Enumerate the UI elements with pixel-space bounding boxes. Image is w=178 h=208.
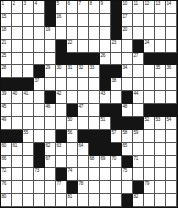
white-cell[interactable] [155, 40, 166, 53]
white-cell[interactable] [111, 91, 122, 104]
white-cell[interactable] [166, 14, 177, 27]
clue-number: 76 [2, 181, 7, 186]
white-cell[interactable]: 15 [1, 14, 12, 27]
white-cell[interactable] [45, 40, 56, 53]
white-cell[interactable] [144, 91, 155, 104]
clue-number: 55 [24, 130, 29, 135]
black-cell [122, 117, 133, 130]
white-cell[interactable] [89, 117, 100, 130]
white-cell[interactable] [122, 181, 133, 194]
clue-number: 35 [156, 65, 161, 70]
white-cell[interactable]: 27 [133, 53, 144, 66]
clue-number: 48 [123, 104, 128, 109]
white-cell[interactable] [144, 156, 155, 169]
white-cell[interactable]: 76 [1, 181, 12, 194]
white-cell[interactable]: 7 [78, 1, 89, 14]
white-cell[interactable]: 62 [45, 143, 56, 156]
black-cell [78, 53, 89, 66]
white-cell[interactable] [133, 78, 144, 91]
black-cell [155, 53, 166, 66]
white-cell[interactable] [155, 156, 166, 169]
black-cell [100, 65, 111, 78]
white-cell[interactable] [45, 181, 56, 194]
white-cell[interactable] [100, 27, 111, 40]
white-cell[interactable] [111, 53, 122, 66]
white-cell[interactable] [166, 130, 177, 143]
white-cell[interactable]: 42 [56, 91, 67, 104]
white-cell[interactable]: 5 [56, 1, 67, 14]
white-cell[interactable] [34, 27, 45, 40]
clue-number: 29 [46, 65, 51, 70]
white-cell[interactable]: 74 [67, 168, 78, 181]
clue-number: 19 [46, 27, 51, 32]
white-cell[interactable]: 79 [144, 181, 155, 194]
white-cell[interactable] [166, 91, 177, 104]
black-cell [89, 130, 100, 143]
white-cell[interactable] [67, 27, 78, 40]
black-cell [1, 130, 12, 143]
white-cell[interactable] [23, 143, 34, 156]
white-cell[interactable]: 30 [56, 65, 67, 78]
clue-number: 15 [2, 14, 7, 19]
white-cell[interactable] [34, 130, 45, 143]
clue-number: 70 [112, 156, 117, 161]
white-cell[interactable] [166, 168, 177, 181]
white-cell[interactable] [144, 130, 155, 143]
white-cell[interactable] [78, 78, 89, 91]
white-cell[interactable] [56, 27, 67, 40]
white-cell[interactable] [12, 194, 23, 207]
white-cell[interactable] [133, 65, 144, 78]
white-cell[interactable] [166, 143, 177, 156]
white-cell[interactable] [100, 181, 111, 194]
white-cell[interactable] [23, 156, 34, 169]
white-cell[interactable] [12, 65, 23, 78]
white-cell[interactable] [12, 40, 23, 53]
white-cell[interactable]: 78 [78, 181, 89, 194]
white-cell[interactable] [133, 143, 144, 156]
white-cell[interactable]: 20 [122, 27, 133, 40]
white-cell[interactable] [23, 168, 34, 181]
white-cell[interactable] [34, 40, 45, 53]
white-cell[interactable] [144, 27, 155, 40]
white-cell[interactable] [45, 130, 56, 143]
clue-number: 56 [68, 130, 73, 135]
black-cell [56, 40, 67, 53]
black-cell [100, 78, 111, 91]
white-cell[interactable] [56, 194, 67, 207]
clue-number: 36 [167, 65, 172, 70]
clue-number: 30 [57, 65, 62, 70]
white-cell[interactable] [34, 117, 45, 130]
white-cell[interactable]: 82 [133, 194, 144, 207]
white-cell[interactable]: 17 [122, 14, 133, 27]
white-cell[interactable]: 53 [155, 117, 166, 130]
white-cell[interactable] [133, 168, 144, 181]
black-cell [45, 1, 56, 14]
white-cell[interactable] [89, 40, 100, 53]
white-cell[interactable] [78, 91, 89, 104]
white-cell[interactable] [34, 91, 45, 104]
black-cell [12, 78, 23, 91]
white-cell[interactable]: 80 [1, 194, 12, 207]
white-cell[interactable] [155, 194, 166, 207]
white-cell[interactable]: 9 [100, 1, 111, 14]
white-cell[interactable] [155, 181, 166, 194]
white-cell[interactable] [45, 168, 56, 181]
black-cell [111, 1, 122, 14]
white-cell[interactable]: 45 [1, 104, 12, 117]
black-cell [122, 156, 133, 169]
clue-number: 74 [68, 168, 73, 173]
black-cell [45, 91, 56, 104]
white-cell[interactable] [89, 104, 100, 117]
white-cell[interactable] [56, 78, 67, 91]
white-cell[interactable]: 77 [56, 181, 67, 194]
white-cell[interactable] [12, 181, 23, 194]
white-cell[interactable] [100, 40, 111, 53]
white-cell[interactable] [89, 168, 100, 181]
white-cell[interactable] [100, 194, 111, 207]
clue-number: 79 [145, 181, 150, 186]
clue-number: 27 [134, 53, 139, 58]
white-cell[interactable]: 56 [67, 130, 78, 143]
white-cell[interactable]: 28 [1, 65, 12, 78]
white-cell[interactable] [155, 91, 166, 104]
clue-number: 46 [46, 104, 51, 109]
white-cell[interactable] [155, 14, 166, 27]
white-cell[interactable] [111, 168, 122, 181]
white-cell[interactable] [89, 194, 100, 207]
white-cell[interactable] [166, 181, 177, 194]
white-cell[interactable]: 47 [78, 104, 89, 117]
white-cell[interactable]: 19 [45, 27, 56, 40]
white-cell[interactable] [133, 104, 144, 117]
white-cell[interactable]: 22 [67, 40, 78, 53]
white-cell[interactable] [56, 117, 67, 130]
white-cell[interactable]: 60 [1, 143, 12, 156]
white-cell[interactable] [12, 27, 23, 40]
white-cell[interactable]: 40 [12, 91, 23, 104]
white-cell[interactable]: 31 [67, 65, 78, 78]
black-cell [100, 143, 111, 156]
white-cell[interactable]: 59 [133, 130, 144, 143]
white-cell[interactable]: 1 [1, 1, 12, 14]
white-cell[interactable]: 2 [12, 1, 23, 14]
black-cell [34, 156, 45, 169]
black-cell [133, 117, 144, 130]
white-cell[interactable] [144, 168, 155, 181]
white-cell[interactable]: 55 [23, 130, 34, 143]
white-cell[interactable] [78, 168, 89, 181]
white-cell[interactable] [166, 27, 177, 40]
white-cell[interactable]: 57 [111, 130, 122, 143]
white-cell[interactable] [23, 65, 34, 78]
white-cell[interactable] [34, 104, 45, 117]
white-cell[interactable] [89, 14, 100, 27]
clue-number: 21 [2, 40, 7, 45]
clue-number: 68 [90, 156, 95, 161]
clue-number: 82 [134, 194, 139, 199]
white-cell[interactable]: 8 [89, 1, 100, 14]
white-cell[interactable] [122, 40, 133, 53]
white-cell[interactable] [67, 78, 78, 91]
white-cell[interactable]: 44 [133, 91, 144, 104]
white-cell[interactable]: 63 [56, 143, 67, 156]
clue-number: 81 [68, 194, 73, 199]
white-cell[interactable] [56, 156, 67, 169]
clue-number: 28 [2, 65, 7, 70]
clue-number: 45 [2, 104, 7, 109]
clue-number: 71 [134, 156, 139, 161]
clue-number: 78 [79, 181, 84, 186]
white-cell[interactable] [67, 14, 78, 27]
white-cell[interactable] [23, 117, 34, 130]
clue-number: 11 [134, 1, 138, 6]
clue-number: 64 [79, 143, 84, 148]
white-cell[interactable]: 51 [100, 117, 111, 130]
clue-number: 8 [90, 1, 92, 6]
clue-number: 9 [101, 1, 103, 6]
clue-number: 33 [90, 65, 95, 70]
white-cell[interactable] [78, 14, 89, 27]
white-cell[interactable] [23, 14, 34, 27]
white-cell[interactable]: 29 [45, 65, 56, 78]
white-cell[interactable]: 34 [122, 65, 133, 78]
clue-number: 54 [167, 117, 172, 122]
white-cell[interactable] [67, 156, 78, 169]
white-cell[interactable] [23, 27, 34, 40]
white-cell[interactable] [12, 104, 23, 117]
black-cell [89, 143, 100, 156]
clue-number: 17 [123, 14, 128, 19]
clue-number: 38 [112, 78, 117, 83]
white-cell[interactable] [122, 78, 133, 91]
white-cell[interactable]: 54 [166, 117, 177, 130]
white-cell[interactable]: 37 [34, 78, 45, 91]
white-cell[interactable] [133, 27, 144, 40]
white-cell[interactable]: 69 [100, 156, 111, 169]
white-cell[interactable] [166, 40, 177, 53]
white-cell[interactable]: 39 [1, 91, 12, 104]
white-cell[interactable] [67, 143, 78, 156]
white-cell[interactable]: 66 [1, 156, 12, 169]
white-cell[interactable] [155, 143, 166, 156]
black-cell [45, 14, 56, 27]
white-cell[interactable]: 38 [111, 78, 122, 91]
black-cell [100, 130, 111, 143]
clue-number: 4 [35, 1, 37, 6]
black-cell [56, 130, 67, 143]
black-cell [56, 168, 67, 181]
white-cell[interactable]: 52 [144, 117, 155, 130]
white-cell[interactable] [144, 143, 155, 156]
clue-number: 2 [13, 1, 15, 6]
clue-number: 10 [123, 1, 128, 6]
white-cell[interactable]: 32 [78, 65, 89, 78]
white-cell[interactable] [78, 40, 89, 53]
white-cell[interactable] [89, 181, 100, 194]
white-cell[interactable]: 48 [122, 104, 133, 117]
white-cell[interactable] [34, 53, 45, 66]
clue-number: 44 [134, 91, 139, 96]
clue-number: 31 [68, 65, 73, 70]
white-cell[interactable]: 25 [1, 53, 12, 66]
white-cell[interactable]: 75 [122, 168, 133, 181]
black-cell [144, 104, 155, 117]
white-cell[interactable] [34, 14, 45, 27]
white-cell[interactable]: 6 [67, 1, 78, 14]
white-cell[interactable]: 21 [1, 40, 12, 53]
white-cell[interactable]: 11 [133, 1, 144, 14]
white-cell[interactable] [155, 130, 166, 143]
white-cell[interactable]: 3 [23, 1, 34, 14]
white-cell[interactable] [45, 78, 56, 91]
white-cell[interactable] [166, 78, 177, 91]
clue-number: 58 [123, 130, 128, 135]
clue-number: 61 [13, 143, 18, 148]
black-cell [155, 104, 166, 117]
white-cell[interactable]: 73 [34, 168, 45, 181]
white-cell[interactable]: 12 [144, 1, 155, 14]
white-cell[interactable] [166, 194, 177, 207]
white-cell[interactable]: 67 [45, 156, 56, 169]
clue-number: 39 [2, 91, 7, 96]
white-cell[interactable] [23, 181, 34, 194]
white-cell[interactable]: 13 [155, 1, 166, 14]
white-cell[interactable]: 16 [56, 14, 67, 27]
clue-number: 3 [24, 1, 26, 6]
clue-number: 60 [2, 143, 7, 148]
white-cell[interactable] [23, 194, 34, 207]
white-cell[interactable] [34, 194, 45, 207]
black-cell [122, 91, 133, 104]
white-cell[interactable] [111, 194, 122, 207]
clue-number: 6 [68, 1, 70, 6]
white-cell[interactable] [89, 91, 100, 104]
black-cell [166, 53, 177, 66]
clue-number: 12 [145, 1, 150, 6]
white-cell[interactable]: 10 [122, 1, 133, 14]
white-cell[interactable] [78, 27, 89, 40]
white-cell[interactable] [12, 14, 23, 27]
white-cell[interactable]: 61 [12, 143, 23, 156]
white-cell[interactable] [144, 14, 155, 27]
black-cell [67, 53, 78, 66]
clue-number: 52 [145, 117, 150, 122]
white-cell[interactable]: 14 [166, 1, 177, 14]
white-cell[interactable] [122, 53, 133, 66]
clue-number: 32 [79, 65, 84, 70]
clue-number: 80 [2, 194, 7, 199]
white-cell[interactable]: 33 [89, 65, 100, 78]
black-cell [34, 143, 45, 156]
white-cell[interactable] [45, 117, 56, 130]
white-cell[interactable]: 58 [122, 130, 133, 143]
black-cell [122, 194, 133, 207]
white-cell[interactable]: 72 [1, 168, 12, 181]
white-cell[interactable] [89, 78, 100, 91]
white-cell[interactable] [133, 14, 144, 27]
white-cell[interactable]: 64 [78, 143, 89, 156]
black-cell [111, 27, 122, 40]
white-cell[interactable] [144, 78, 155, 91]
white-cell[interactable] [23, 53, 34, 66]
clue-number: 47 [79, 104, 84, 109]
white-cell[interactable]: 70 [111, 156, 122, 169]
white-cell[interactable] [34, 181, 45, 194]
clue-number: 67 [46, 156, 51, 161]
white-cell[interactable]: 4 [34, 1, 45, 14]
white-cell[interactable] [12, 53, 23, 66]
white-cell[interactable] [56, 104, 67, 117]
white-cell[interactable]: 46 [45, 104, 56, 117]
crossword-grid: 1234567891011121314151617181920212223242… [0, 0, 178, 208]
white-cell[interactable] [144, 194, 155, 207]
clue-number: 66 [2, 156, 7, 161]
white-cell[interactable]: 50 [67, 117, 78, 130]
clue-number: 49 [2, 117, 7, 122]
white-cell[interactable] [144, 65, 155, 78]
black-cell [67, 181, 78, 194]
black-cell [133, 181, 144, 194]
white-cell[interactable] [100, 168, 111, 181]
white-cell[interactable] [23, 104, 34, 117]
white-cell[interactable]: 41 [23, 91, 34, 104]
white-cell[interactable]: 68 [89, 156, 100, 169]
white-cell[interactable] [166, 156, 177, 169]
white-cell[interactable]: 71 [133, 156, 144, 169]
white-cell[interactable]: 49 [1, 117, 12, 130]
white-cell[interactable] [100, 14, 111, 27]
black-cell [111, 65, 122, 78]
white-cell[interactable] [12, 156, 23, 169]
white-cell[interactable]: 26 [100, 53, 111, 66]
white-cell[interactable] [89, 27, 100, 40]
black-cell [89, 53, 100, 66]
white-cell[interactable]: 65 [122, 143, 133, 156]
clue-number: 13 [156, 1, 161, 6]
clue-number: 57 [112, 130, 117, 135]
clue-number: 63 [57, 143, 62, 148]
white-cell[interactable] [78, 194, 89, 207]
white-cell[interactable] [12, 117, 23, 130]
white-cell[interactable]: 18 [1, 27, 12, 40]
clue-number: 51 [101, 117, 106, 122]
white-cell[interactable]: 36 [166, 65, 177, 78]
white-cell[interactable] [78, 117, 89, 130]
white-cell[interactable]: 43 [100, 91, 111, 104]
white-cell[interactable] [155, 168, 166, 181]
white-cell[interactable] [45, 194, 56, 207]
white-cell[interactable] [111, 181, 122, 194]
white-cell[interactable] [78, 156, 89, 169]
white-cell[interactable] [45, 53, 56, 66]
white-cell[interactable] [155, 27, 166, 40]
white-cell[interactable]: 23 [111, 40, 122, 53]
white-cell[interactable] [12, 168, 23, 181]
white-cell[interactable]: 81 [67, 194, 78, 207]
white-cell[interactable] [67, 91, 78, 104]
clue-number: 43 [101, 91, 106, 96]
black-cell [23, 78, 34, 91]
white-cell[interactable] [23, 40, 34, 53]
white-cell[interactable]: 35 [155, 65, 166, 78]
white-cell[interactable] [155, 78, 166, 91]
clue-number: 73 [35, 168, 40, 173]
white-cell[interactable]: 24 [144, 40, 155, 53]
black-cell [78, 130, 89, 143]
